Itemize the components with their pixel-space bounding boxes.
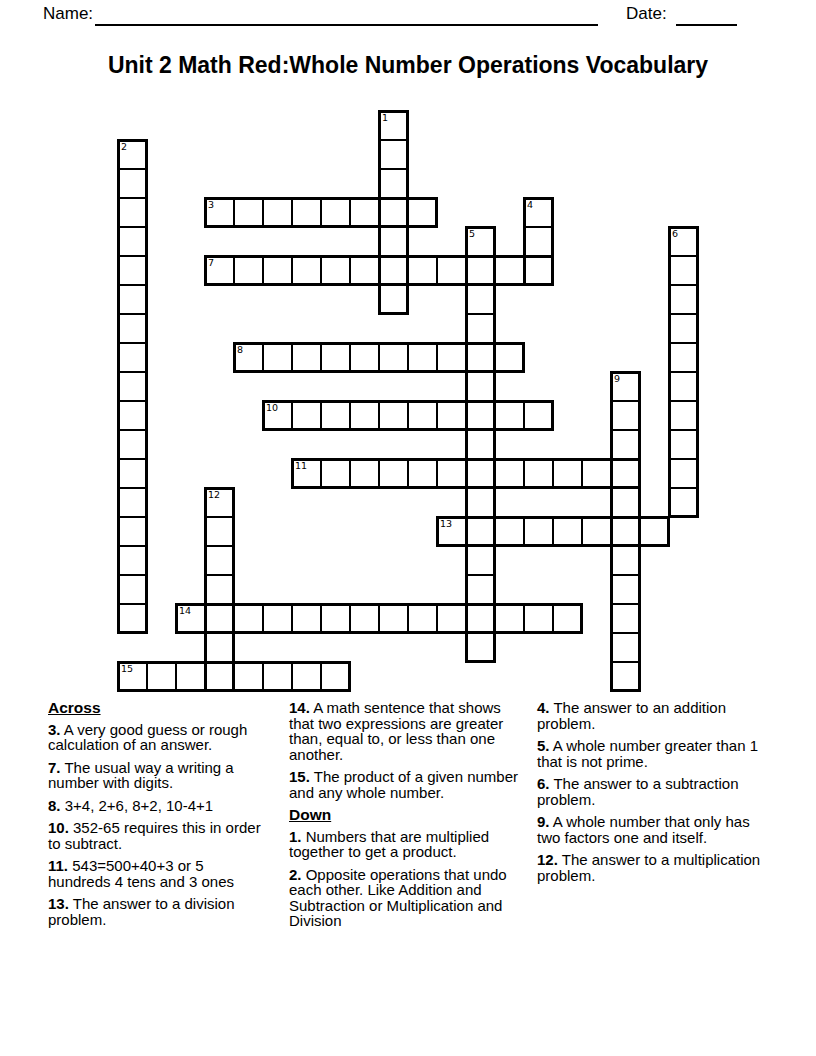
grid-cell-r16c17[interactable] <box>610 574 641 605</box>
grid-cell-r18c12[interactable] <box>465 632 496 663</box>
grid-cell-r12c8[interactable] <box>349 458 380 489</box>
grid-cell-r12c9[interactable] <box>378 458 409 489</box>
clue-10: 10. 352-65 requires this in order to sub… <box>48 820 270 851</box>
grid-cell-r5c8[interactable] <box>349 255 380 286</box>
grid-cell-r13c17[interactable] <box>610 487 641 518</box>
grid-cell-r14c0[interactable] <box>117 516 148 547</box>
grid-cell-r8c12[interactable] <box>465 342 496 373</box>
grid-cell-r3c10[interactable] <box>407 197 438 228</box>
grid-cell-r9c12[interactable] <box>465 371 496 402</box>
grid-cell-r19c4[interactable] <box>233 661 264 692</box>
grid-cell-r19c2[interactable] <box>175 661 206 692</box>
grid-cell-r13c19[interactable] <box>668 487 699 518</box>
grid-cell-r8c0[interactable] <box>117 342 148 373</box>
grid-number-12: 12 <box>208 490 220 500</box>
grid-number-10: 10 <box>266 403 278 413</box>
grid-cell-r18c17[interactable] <box>610 632 641 663</box>
grid-cell-r12c19[interactable] <box>668 458 699 489</box>
clue-7: 7. The usual way a writing a number with… <box>48 760 270 791</box>
grid-cell-r3c4[interactable] <box>233 197 264 228</box>
grid-cell-r16c0[interactable] <box>117 574 148 605</box>
grid-cell-r5c10[interactable] <box>407 255 438 286</box>
grid-cell-r19c3[interactable] <box>204 661 235 692</box>
grid-cell-r4c0[interactable] <box>117 226 148 257</box>
grid-number-15: 15 <box>121 664 133 674</box>
grid-number-6: 6 <box>672 229 678 239</box>
clue-number-label: 2. <box>289 866 302 883</box>
clue-6: 6. The answer to a subtraction problem. <box>537 776 777 807</box>
grid-cell-r10c11[interactable] <box>436 400 467 431</box>
clue-3: 3. A very good guess or rough calculatio… <box>48 722 270 753</box>
grid-number-4: 4 <box>527 200 533 210</box>
grid-cell-r15c17[interactable] <box>610 545 641 576</box>
grid-cell-r6c0[interactable] <box>117 284 148 315</box>
grid-cell-r2c0[interactable] <box>117 168 148 199</box>
clue-number-label: 11. <box>48 857 68 874</box>
clue-number-label: 13. <box>48 895 69 912</box>
clue-number-label: 9. <box>537 813 550 830</box>
grid-cell-r5c13[interactable] <box>494 255 525 286</box>
grid-number-1: 1 <box>382 113 388 123</box>
grid-cell-r5c7[interactable] <box>320 255 351 286</box>
clue-number-label: 14. <box>289 699 310 716</box>
grid-cell-r10c17[interactable] <box>610 400 641 431</box>
grid-cell-r14c3[interactable] <box>204 516 235 547</box>
grid-cell-r8c11[interactable] <box>436 342 467 373</box>
clue-8: 8. 3+4, 2+6, 8+2, 10-4+1 <box>48 798 270 814</box>
grid-cell-r8c8[interactable] <box>349 342 380 373</box>
grid-cell-r4c14[interactable] <box>523 226 554 257</box>
puzzle-title: Unit 2 Math Red:Whole Number Operations … <box>0 52 816 79</box>
clue-13: 13. The answer to a division problem. <box>48 896 270 927</box>
grid-cell-r10c9[interactable] <box>378 400 409 431</box>
grid-cell-r15c0[interactable] <box>117 545 148 576</box>
grid-cell-r19c7[interactable] <box>320 661 351 692</box>
grid-cell-r5c6[interactable] <box>291 255 322 286</box>
grid-cell-r17c0[interactable] <box>117 603 148 634</box>
grid-cell-r19c1[interactable] <box>146 661 177 692</box>
clue-number-label: 5. <box>537 737 550 754</box>
name-label: Name: <box>43 4 93 24</box>
grid-cell-r12c16[interactable] <box>581 458 612 489</box>
grid-cell-r14c16[interactable] <box>581 516 612 547</box>
grid-cell-r12c12[interactable] <box>465 458 496 489</box>
grid-cell-r13c0[interactable] <box>117 487 148 518</box>
grid-cell-r14c12[interactable] <box>465 516 496 547</box>
grid-cell-r19c17[interactable] <box>610 661 641 692</box>
grid-cell-r5c9[interactable] <box>378 255 409 286</box>
clue-number-label: 15. <box>289 768 310 785</box>
grid-cell-r2c9[interactable] <box>378 168 409 199</box>
grid-cell-r10c13[interactable] <box>494 400 525 431</box>
clue-9: 9. A whole number that only has two fact… <box>537 814 777 845</box>
grid-cell-r5c12[interactable] <box>465 255 496 286</box>
grid-cell-r9c19[interactable] <box>668 371 699 402</box>
grid-cell-r6c9[interactable] <box>378 284 409 315</box>
grid-cell-r10c14[interactable] <box>523 400 554 431</box>
grid-cell-r17c14[interactable] <box>523 603 554 634</box>
grid-cell-r8c9[interactable] <box>378 342 409 373</box>
grid-cell-r3c6[interactable] <box>291 197 322 228</box>
grid-cell-r7c19[interactable] <box>668 313 699 344</box>
grid-cell-r13c12[interactable] <box>465 487 496 518</box>
clue-5: 5. A whole number greater than 1 that is… <box>537 738 777 769</box>
clue-number-label: 10. <box>48 819 69 836</box>
grid-cell-r14c18[interactable] <box>639 516 670 547</box>
clue-number-label: 8. <box>48 797 61 814</box>
grid-cell-r7c0[interactable] <box>117 313 148 344</box>
grid-cell-r18c3[interactable] <box>204 632 235 663</box>
clue-11: 11. 543=500+40+3 or 5 hundreds 4 tens an… <box>48 858 270 889</box>
grid-cell-r11c17[interactable] <box>610 429 641 460</box>
grid-cell-r12c17[interactable] <box>610 458 641 489</box>
grid-cell-r3c7[interactable] <box>320 197 351 228</box>
clue-number-label: 1. <box>289 828 302 845</box>
grid-cell-r14c17[interactable] <box>610 516 641 547</box>
grid-cell-r8c6[interactable] <box>291 342 322 373</box>
clue-number-label: 6. <box>537 775 550 792</box>
crossword-grid: 123456789101112131415 <box>117 110 699 692</box>
grid-number-8: 8 <box>237 345 243 355</box>
clue-column-1: Across3. A very good guess or rough calc… <box>48 700 270 934</box>
grid-cell-r10c10[interactable] <box>407 400 438 431</box>
grid-cell-r17c15[interactable] <box>552 603 583 634</box>
grid-cell-r3c0[interactable] <box>117 197 148 228</box>
grid-cell-r6c12[interactable] <box>465 284 496 315</box>
date-blank-line[interactable] <box>676 4 737 26</box>
grid-number-11: 11 <box>295 461 307 471</box>
grid-cell-r16c12[interactable] <box>465 574 496 605</box>
clue-number-label: 7. <box>48 759 61 776</box>
clue-12: 12. The answer to a multiplication probl… <box>537 852 777 883</box>
grid-cell-r11c19[interactable] <box>668 429 699 460</box>
grid-number-13: 13 <box>440 519 452 529</box>
grid-cell-r17c7[interactable] <box>320 603 351 634</box>
grid-cell-r5c4[interactable] <box>233 255 264 286</box>
grid-cell-r3c5[interactable] <box>262 197 293 228</box>
clue-column-2: 14. A math sentence that shows that two … <box>289 700 527 936</box>
grid-number-7: 7 <box>208 258 214 268</box>
grid-number-2: 2 <box>121 142 127 152</box>
grid-number-9: 9 <box>614 374 620 384</box>
grid-cell-r17c11[interactable] <box>436 603 467 634</box>
grid-cell-r19c6[interactable] <box>291 661 322 692</box>
grid-cell-r14c15[interactable] <box>552 516 583 547</box>
grid-cell-r9c0[interactable] <box>117 371 148 402</box>
grid-cell-r19c5[interactable] <box>262 661 293 692</box>
grid-cell-r8c7[interactable] <box>320 342 351 373</box>
grid-cell-r17c12[interactable] <box>465 603 496 634</box>
grid-cell-r17c17[interactable] <box>610 603 641 634</box>
clue-number-label: 3. <box>48 721 61 738</box>
grid-cell-r10c0[interactable] <box>117 400 148 431</box>
grid-cell-r15c12[interactable] <box>465 545 496 576</box>
grid-cell-r10c8[interactable] <box>349 400 380 431</box>
grid-cell-r17c5[interactable] <box>262 603 293 634</box>
grid-cell-r8c13[interactable] <box>494 342 525 373</box>
grid-number-3: 3 <box>208 200 214 210</box>
grid-number-14: 14 <box>179 606 191 616</box>
grid-cell-r4c9[interactable] <box>378 226 409 257</box>
grid-cell-r10c19[interactable] <box>668 400 699 431</box>
name-blank-line[interactable] <box>95 4 598 26</box>
date-label: Date: <box>626 4 667 24</box>
clue-4: 4. The answer to an addition problem. <box>537 700 777 731</box>
grid-cell-r15c3[interactable] <box>204 545 235 576</box>
grid-cell-r12c11[interactable] <box>436 458 467 489</box>
grid-cell-r12c15[interactable] <box>552 458 583 489</box>
grid-cell-r11c0[interactable] <box>117 429 148 460</box>
grid-cell-r7c12[interactable] <box>465 313 496 344</box>
grid-cell-r1c9[interactable] <box>378 139 409 170</box>
grid-cell-r6c19[interactable] <box>668 284 699 315</box>
grid-cell-r17c10[interactable] <box>407 603 438 634</box>
grid-cell-r12c13[interactable] <box>494 458 525 489</box>
clue-2: 2. Opposite operations that undo each ot… <box>289 867 527 929</box>
grid-cell-r14c13[interactable] <box>494 516 525 547</box>
grid-number-5: 5 <box>469 229 475 239</box>
grid-cell-r3c9[interactable] <box>378 197 409 228</box>
grid-cell-r17c3[interactable] <box>204 603 235 634</box>
clue-1: 1. Numbers that are multiplied together … <box>289 829 527 860</box>
grid-cell-r10c12[interactable] <box>465 400 496 431</box>
grid-cell-r17c8[interactable] <box>349 603 380 634</box>
grid-cell-r12c0[interactable] <box>117 458 148 489</box>
grid-cell-r11c12[interactable] <box>465 429 496 460</box>
clue-14: 14. A math sentence that shows that two … <box>289 700 527 762</box>
grid-cell-r5c0[interactable] <box>117 255 148 286</box>
grid-cell-r5c14[interactable] <box>523 255 554 286</box>
grid-cell-r17c9[interactable] <box>378 603 409 634</box>
clue-15: 15. The product of a given number and an… <box>289 769 527 800</box>
grid-cell-r14c14[interactable] <box>523 516 554 547</box>
grid-cell-r8c5[interactable] <box>262 342 293 373</box>
grid-cell-r12c7[interactable] <box>320 458 351 489</box>
clue-column-3: 4. The answer to an addition problem.5. … <box>537 700 777 890</box>
grid-cell-r8c10[interactable] <box>407 342 438 373</box>
grid-cell-r17c4[interactable] <box>233 603 264 634</box>
grid-cell-r17c13[interactable] <box>494 603 525 634</box>
grid-cell-r5c5[interactable] <box>262 255 293 286</box>
grid-cell-r8c19[interactable] <box>668 342 699 373</box>
grid-cell-r12c14[interactable] <box>523 458 554 489</box>
clues-header-across: Across <box>48 700 270 716</box>
grid-cell-r16c3[interactable] <box>204 574 235 605</box>
grid-cell-r5c11[interactable] <box>436 255 467 286</box>
grid-cell-r5c19[interactable] <box>668 255 699 286</box>
grid-cell-r10c7[interactable] <box>320 400 351 431</box>
clues-header-down: Down <box>289 807 527 823</box>
clue-number-label: 4. <box>537 699 550 716</box>
grid-cell-r17c6[interactable] <box>291 603 322 634</box>
grid-cell-r10c6[interactable] <box>291 400 322 431</box>
clue-number-label: 12. <box>537 851 558 868</box>
grid-cell-r12c10[interactable] <box>407 458 438 489</box>
grid-cell-r3c8[interactable] <box>349 197 380 228</box>
